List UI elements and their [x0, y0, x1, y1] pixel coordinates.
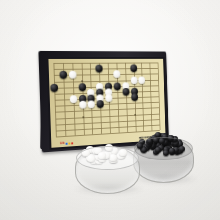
black-dish-rim	[134, 137, 193, 160]
white-stone	[69, 71, 77, 79]
brand-text: UB	[60, 142, 65, 145]
white-stone	[139, 76, 146, 84]
black-stone	[50, 83, 58, 91]
brand-mark-icon	[68, 142, 70, 144]
grid-line	[158, 62, 161, 130]
black-stone	[97, 100, 104, 108]
brand-logo: UB	[60, 141, 73, 145]
black-stone	[122, 88, 129, 96]
product-photo: UB 围棋 CHESS GAME	[0, 0, 220, 220]
white-stone	[79, 101, 87, 109]
white-stone	[113, 71, 120, 79]
black-stone	[130, 65, 137, 73]
white-stone	[69, 95, 77, 103]
black-stone	[78, 83, 86, 91]
white-dish-rim	[76, 146, 139, 170]
board-grid	[53, 62, 159, 136]
white-stone	[88, 101, 95, 109]
brand-mark-icon	[71, 142, 73, 144]
black-stone	[113, 82, 120, 90]
black-stone	[59, 71, 67, 79]
star-point	[134, 113, 136, 115]
black-stone	[95, 65, 102, 73]
white-stone	[105, 94, 112, 102]
black-stone-dish	[133, 137, 194, 183]
star-point	[82, 116, 84, 118]
white-stone	[130, 76, 137, 84]
black-stone	[131, 93, 138, 101]
star-point	[81, 80, 83, 82]
brand-mark-icon	[65, 142, 67, 144]
white-stone-dish	[75, 146, 140, 194]
